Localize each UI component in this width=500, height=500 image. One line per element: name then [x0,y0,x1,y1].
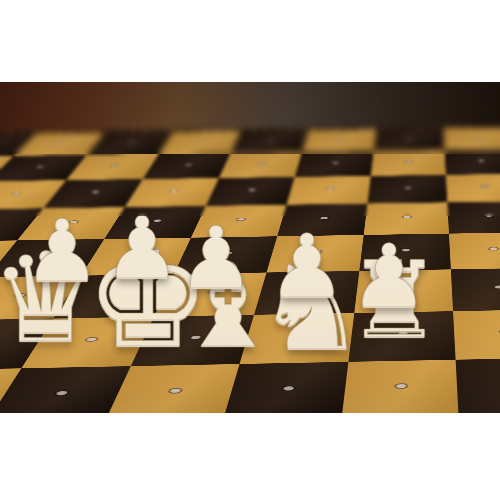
square-g6 [367,175,447,204]
square-e7 [219,152,302,178]
square-h6 [446,174,500,203]
piece-white-pawn-g2: ♟ [268,223,347,311]
square-d7 [143,153,231,179]
square-h3 [451,268,500,311]
piece-white-pawn-d2: ♟ [23,208,100,294]
square-h7 [444,149,500,174]
square-e8 [231,130,309,153]
square-f7 [295,151,374,177]
square-f6 [287,176,371,205]
square-h8 [443,128,500,151]
piece-white-pawn-e2: ♟ [103,205,180,291]
square-e6 [206,177,295,206]
square-h1 [455,357,500,413]
square-g8 [373,128,444,151]
square-h5 [447,201,500,233]
photo-page: ♛ ♚ ♝ ♞ ♜ ♟ ♟ ♟ ♟ ♟ [0,0,500,500]
piece-white-pawn-f2: ♟ [177,215,254,301]
chessboard-photo: ♛ ♚ ♝ ♞ ♜ ♟ ♟ ♟ ♟ ♟ [0,82,500,413]
letterbox-bottom [0,413,500,500]
square-d8 [159,131,241,154]
square-h4 [449,232,500,269]
square-f8 [302,129,376,152]
square-h2 [453,309,500,359]
square-g7 [370,150,445,175]
piece-white-pawn-h2: ♟ [350,233,429,321]
letterbox-top [0,0,500,82]
